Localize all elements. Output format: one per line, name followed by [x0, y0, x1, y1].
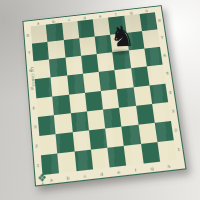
square-h5[interactable]: [147, 65, 166, 85]
file-label-bottom-c: c: [76, 171, 94, 180]
file-label-bottom-e: e: [110, 167, 128, 176]
square-a7[interactable]: [32, 42, 49, 61]
square-h4[interactable]: [149, 83, 168, 103]
square-b2[interactable]: [56, 132, 74, 153]
file-label-bottom-b: b: [59, 173, 77, 182]
black-knight[interactable]: ♞: [110, 23, 136, 52]
photo-scene: abcdefgh abcdefgh 87654321 87654321 US C…: [0, 0, 200, 200]
square-b6[interactable]: [49, 58, 67, 78]
square-b5[interactable]: [51, 76, 69, 96]
chess-board-mat: abcdefgh abcdefgh 87654321 87654321 US C…: [22, 5, 186, 186]
file-label-bottom-d: d: [93, 169, 111, 178]
square-c4[interactable]: [69, 92, 87, 113]
square-h2[interactable]: [154, 121, 173, 142]
square-b3[interactable]: [54, 113, 72, 134]
square-h1[interactable]: [157, 140, 177, 162]
square-a6[interactable]: [33, 60, 50, 80]
square-a8[interactable]: [31, 25, 48, 44]
square-h3[interactable]: [152, 102, 171, 123]
square-a3[interactable]: [38, 115, 56, 136]
square-c6[interactable]: [65, 56, 83, 76]
square-a2[interactable]: [39, 134, 57, 155]
file-label-bottom-g: g: [143, 163, 161, 172]
square-h7[interactable]: [142, 29, 160, 48]
board-grid: [31, 12, 177, 175]
square-b7[interactable]: [48, 40, 65, 59]
square-c5[interactable]: [67, 74, 85, 94]
square-h6[interactable]: [144, 47, 162, 67]
file-label-bottom-h: h: [160, 161, 178, 170]
square-c2[interactable]: [72, 130, 90, 151]
square-a5[interactable]: [35, 78, 53, 98]
square-c8[interactable]: [62, 21, 79, 40]
square-a1[interactable]: [41, 153, 59, 175]
square-h8[interactable]: [139, 12, 157, 31]
square-b1[interactable]: [58, 151, 77, 173]
file-label-bottom-f: f: [127, 165, 145, 174]
square-b4[interactable]: [52, 94, 70, 115]
square-b8[interactable]: [46, 23, 63, 42]
square-c1[interactable]: [74, 150, 93, 172]
square-c7[interactable]: [63, 38, 81, 57]
square-a4[interactable]: [36, 96, 54, 117]
square-c3[interactable]: [70, 111, 88, 132]
